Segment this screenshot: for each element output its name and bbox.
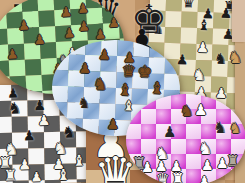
brown-knight: ♞ [180,104,193,119]
square [21,0,38,12]
wood-bishop: ♝ [118,82,133,98]
square [186,124,201,139]
wood-bishop: ♝ [150,80,165,96]
cartoon-black-pawn: ♟ [163,125,176,140]
white-pawn: ♟ [196,40,209,54]
square [9,60,26,77]
square [165,11,182,28]
black-knight: ♞ [214,52,228,67]
chess-collage: ♟♟♟♟♟♟♟♟♟♟♟♟♞♛♜♟♟♞♝♟♟♟♞♞♝♟♟♟♟♟♟♞♟♟♟♞♞♞♜♟… [0,0,245,183]
dark-knight: ♞ [77,96,91,111]
white-bishop: ♝ [57,168,71,183]
wood-pawn: ♟ [98,47,111,61]
cartoon-white-pawn: ♟ [198,174,211,183]
white-bishop: ♝ [72,153,86,168]
white-pawn: ♟ [18,157,31,171]
black-pawn: ♟ [176,52,189,66]
black-bishop: ♝ [197,18,211,33]
wood-queen: ♛ [121,63,136,79]
pink-board: ♟♞♟♞♞♞♞♟♟♟♟♟♛♜♟♜♜ [126,94,245,183]
brown-pawn: ♟ [77,1,89,15]
cartoon-white-rook: ♜ [171,172,184,183]
wood-pawn: ♟ [78,61,91,75]
square [141,139,156,154]
brown-pawn: ♟ [60,5,72,19]
white-bishop: ♝ [122,98,135,112]
cartoon-black-knight: ♞ [213,120,227,136]
square [38,10,55,27]
black-knight: ♞ [7,101,22,117]
white-rook: ♜ [4,169,18,183]
white-knight: ♞ [53,141,68,157]
square [181,27,198,44]
black-queen: ♛ [182,0,196,11]
tan-knight: ♞ [229,121,242,135]
cartoon-white-knight: ♞ [198,141,212,157]
square [25,59,42,76]
rabbit-knight: ♞ [228,50,242,66]
white-knight: ♞ [192,68,206,83]
square [126,139,141,154]
square [164,74,181,91]
wood-pawn: ♟ [107,117,120,131]
brown-pawn: ♟ [63,26,75,40]
brown-pawn: ♟ [78,19,90,33]
square [156,109,171,124]
square [141,109,156,124]
white-pawn: ♟ [31,170,43,183]
square [166,0,183,11]
square [181,11,198,28]
white-pawn: ♟ [38,113,51,127]
white-pawn: ♟ [215,86,228,100]
cartoon-white-pawn: ♟ [194,103,207,118]
brown-pawn: ♟ [33,33,45,47]
black-pawn: ♟ [23,128,36,142]
square [165,27,182,44]
brown-pawn: ♟ [6,47,18,61]
square [126,124,141,139]
square [0,117,12,133]
square [26,75,43,92]
black-pawn: ♟ [219,6,232,20]
square [171,139,186,154]
black-pawn: ♟ [33,98,46,112]
square [52,70,69,87]
brown-pawn: ♟ [18,18,30,32]
wood-knight: ♞ [93,76,108,92]
square [51,86,68,103]
torn-paper-corner-topright [232,0,245,42]
brown-pawn: ♟ [94,27,106,41]
square [141,124,156,139]
cartoon-white-pawn: ♟ [201,158,214,172]
